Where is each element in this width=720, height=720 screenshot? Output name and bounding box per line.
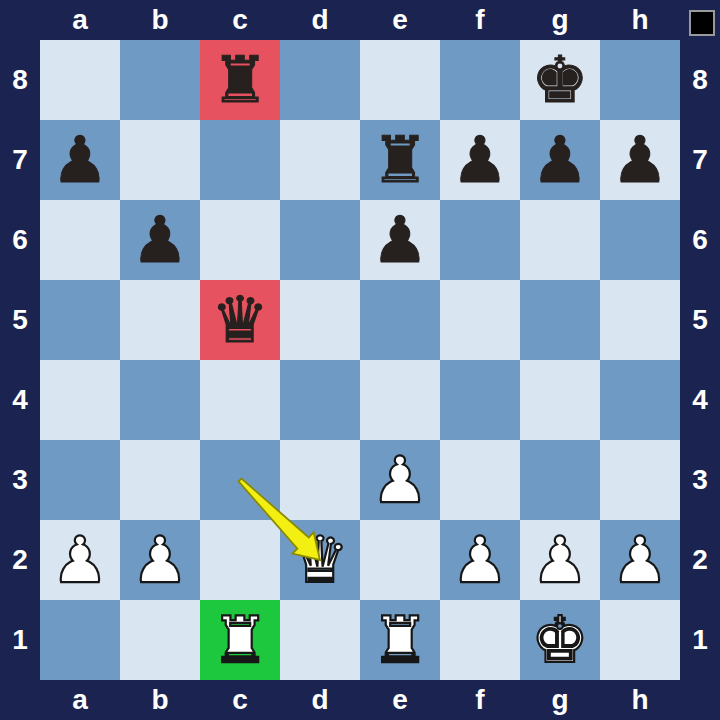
square-a4[interactable] xyxy=(40,360,120,440)
file-label-h: h xyxy=(600,0,680,40)
square-g8[interactable]: ♚ xyxy=(520,40,600,120)
square-h3[interactable] xyxy=(600,440,680,520)
square-b1[interactable] xyxy=(120,600,200,680)
square-c2[interactable] xyxy=(200,520,280,600)
rank-label-6: 6 xyxy=(680,200,720,280)
piece-black-pawn-e6[interactable]: ♟ xyxy=(360,200,440,280)
piece-white-pawn-b2[interactable]: ♟ xyxy=(120,520,200,600)
rank-label-2: 2 xyxy=(680,520,720,600)
square-f6[interactable] xyxy=(440,200,520,280)
square-f2[interactable]: ♟ xyxy=(440,520,520,600)
side-to-move-indicator xyxy=(689,10,715,36)
square-a1[interactable] xyxy=(40,600,120,680)
square-h4[interactable] xyxy=(600,360,680,440)
rank-label-7: 7 xyxy=(0,120,40,200)
square-b8[interactable] xyxy=(120,40,200,120)
square-b7[interactable] xyxy=(120,120,200,200)
file-label-b: b xyxy=(120,680,200,720)
piece-black-queen-c5[interactable]: ♛ xyxy=(200,280,280,360)
square-e8[interactable] xyxy=(360,40,440,120)
rank-label-7: 7 xyxy=(680,120,720,200)
square-d3[interactable] xyxy=(280,440,360,520)
piece-white-pawn-h2[interactable]: ♟ xyxy=(600,520,680,600)
square-d7[interactable] xyxy=(280,120,360,200)
square-h1[interactable] xyxy=(600,600,680,680)
square-d2[interactable]: ♛ xyxy=(280,520,360,600)
piece-black-rook-e7[interactable]: ♜ xyxy=(360,120,440,200)
square-e4[interactable] xyxy=(360,360,440,440)
rank-label-2: 2 xyxy=(0,520,40,600)
rank-label-5: 5 xyxy=(0,280,40,360)
file-label-c: c xyxy=(200,0,280,40)
square-h5[interactable] xyxy=(600,280,680,360)
rank-label-3: 3 xyxy=(680,440,720,520)
square-b3[interactable] xyxy=(120,440,200,520)
square-f7[interactable]: ♟ xyxy=(440,120,520,200)
square-f4[interactable] xyxy=(440,360,520,440)
file-label-g: g xyxy=(520,680,600,720)
square-h2[interactable]: ♟ xyxy=(600,520,680,600)
square-g1[interactable]: ♚ xyxy=(520,600,600,680)
file-label-c: c xyxy=(200,680,280,720)
square-c3[interactable] xyxy=(200,440,280,520)
square-b2[interactable]: ♟ xyxy=(120,520,200,600)
piece-white-queen-d2[interactable]: ♛ xyxy=(280,520,360,600)
square-d6[interactable] xyxy=(280,200,360,280)
square-h6[interactable] xyxy=(600,200,680,280)
square-c5[interactable]: ♛ xyxy=(200,280,280,360)
piece-black-pawn-a7[interactable]: ♟ xyxy=(40,120,120,200)
square-b6[interactable]: ♟ xyxy=(120,200,200,280)
rank-label-4: 4 xyxy=(0,360,40,440)
piece-white-pawn-f2[interactable]: ♟ xyxy=(440,520,520,600)
file-label-h: h xyxy=(600,680,680,720)
file-label-e: e xyxy=(360,680,440,720)
square-g7[interactable]: ♟ xyxy=(520,120,600,200)
square-g3[interactable] xyxy=(520,440,600,520)
rank-label-1: 1 xyxy=(0,600,40,680)
file-label-e: e xyxy=(360,0,440,40)
piece-black-pawn-b6[interactable]: ♟ xyxy=(120,200,200,280)
rank-label-3: 3 xyxy=(0,440,40,520)
piece-white-pawn-e3[interactable]: ♟ xyxy=(360,440,440,520)
piece-black-king-g8[interactable]: ♚ xyxy=(520,40,600,120)
square-h7[interactable]: ♟ xyxy=(600,120,680,200)
square-f8[interactable] xyxy=(440,40,520,120)
file-label-f: f xyxy=(440,0,520,40)
rank-label-6: 6 xyxy=(0,200,40,280)
piece-white-rook-e1[interactable]: ♜ xyxy=(360,600,440,680)
piece-white-rook-c1[interactable]: ♜ xyxy=(200,600,280,680)
file-label-g: g xyxy=(520,0,600,40)
square-b5[interactable] xyxy=(120,280,200,360)
rank-label-1: 1 xyxy=(680,600,720,680)
piece-black-pawn-f7[interactable]: ♟ xyxy=(440,120,520,200)
square-e5[interactable] xyxy=(360,280,440,360)
square-g2[interactable]: ♟ xyxy=(520,520,600,600)
square-e7[interactable]: ♜ xyxy=(360,120,440,200)
rank-labels-right: 87654321 xyxy=(680,40,720,680)
rank-label-4: 4 xyxy=(680,360,720,440)
file-label-d: d xyxy=(280,680,360,720)
file-label-a: a xyxy=(40,680,120,720)
square-d8[interactable] xyxy=(280,40,360,120)
square-f5[interactable] xyxy=(440,280,520,360)
file-labels-top: abcdefgh xyxy=(40,0,680,40)
square-e3[interactable]: ♟ xyxy=(360,440,440,520)
square-c8[interactable]: ♜ xyxy=(200,40,280,120)
square-a5[interactable] xyxy=(40,280,120,360)
square-a3[interactable] xyxy=(40,440,120,520)
square-a6[interactable] xyxy=(40,200,120,280)
square-e6[interactable]: ♟ xyxy=(360,200,440,280)
square-a7[interactable]: ♟ xyxy=(40,120,120,200)
square-a2[interactable]: ♟ xyxy=(40,520,120,600)
square-d5[interactable] xyxy=(280,280,360,360)
piece-white-pawn-g2[interactable]: ♟ xyxy=(520,520,600,600)
rank-label-5: 5 xyxy=(680,280,720,360)
square-f3[interactable] xyxy=(440,440,520,520)
square-c6[interactable] xyxy=(200,200,280,280)
piece-black-rook-c8[interactable]: ♜ xyxy=(200,40,280,120)
square-a8[interactable] xyxy=(40,40,120,120)
rank-labels-left: 87654321 xyxy=(0,40,40,680)
square-d1[interactable] xyxy=(280,600,360,680)
square-c4[interactable] xyxy=(200,360,280,440)
chess-board: ♜♚♟♜♟♟♟♟♟♛♟♟♟♛♟♟♟♜♜♚ xyxy=(40,40,680,680)
square-d4[interactable] xyxy=(280,360,360,440)
square-b4[interactable] xyxy=(120,360,200,440)
square-g4[interactable] xyxy=(520,360,600,440)
square-c1[interactable]: ♜ xyxy=(200,600,280,680)
square-c7[interactable] xyxy=(200,120,280,200)
piece-black-pawn-h7[interactable]: ♟ xyxy=(600,120,680,200)
rank-label-8: 8 xyxy=(680,40,720,120)
file-label-a: a xyxy=(40,0,120,40)
file-label-f: f xyxy=(440,680,520,720)
square-g6[interactable] xyxy=(520,200,600,280)
square-e1[interactable]: ♜ xyxy=(360,600,440,680)
square-f1[interactable] xyxy=(440,600,520,680)
piece-black-pawn-g7[interactable]: ♟ xyxy=(520,120,600,200)
file-label-b: b xyxy=(120,0,200,40)
piece-white-king-g1[interactable]: ♚ xyxy=(520,600,600,680)
piece-white-pawn-a2[interactable]: ♟ xyxy=(40,520,120,600)
file-labels-bottom: abcdefgh xyxy=(40,680,680,720)
file-label-d: d xyxy=(280,0,360,40)
rank-label-8: 8 xyxy=(0,40,40,120)
square-h8[interactable] xyxy=(600,40,680,120)
square-g5[interactable] xyxy=(520,280,600,360)
chess-board-frame: abcdefgh abcdefgh 87654321 87654321 ♜♚♟♜… xyxy=(0,0,720,720)
square-e2[interactable] xyxy=(360,520,440,600)
